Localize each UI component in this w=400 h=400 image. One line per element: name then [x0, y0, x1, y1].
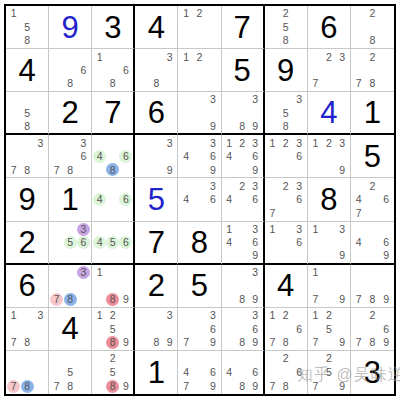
given-digit: 8	[308, 178, 350, 220]
cell-r8c7[interactable]: 12678	[265, 308, 308, 351]
cell-r4c8[interactable]: 1239	[308, 135, 351, 178]
candidate-6: 6	[249, 322, 262, 335]
cell-r4c2[interactable]: 3678	[49, 135, 92, 178]
candidate-7-pink-highlight: 7	[50, 293, 63, 306]
candidates-grid: 356	[50, 223, 90, 262]
candidate-7: 7	[309, 293, 322, 306]
candidate-9: 9	[249, 336, 262, 349]
candidate-6: 6	[77, 64, 90, 77]
candidate-9: 9	[163, 336, 176, 349]
given-digit: 1	[351, 92, 394, 133]
cell-r6c5[interactable]: 8	[178, 222, 221, 265]
candidate-8: 8	[366, 77, 379, 90]
given-digit: 6	[308, 6, 350, 48]
cell-r8c8[interactable]: 12579	[308, 308, 351, 351]
candidate-2: 2	[279, 7, 292, 20]
candidate-5: 5	[279, 106, 292, 119]
cell-r5c4[interactable]: 5	[135, 178, 178, 221]
cell-r4c9[interactable]: 5	[351, 135, 394, 178]
candidate-1: 1	[266, 137, 279, 150]
candidate-1: 1	[223, 137, 236, 150]
candidate-2: 2	[279, 309, 292, 322]
cell-r2c5[interactable]: 12	[178, 49, 221, 92]
candidates-grid: 389	[223, 266, 262, 306]
candidates-grid: 58	[7, 93, 47, 132]
candidates-grid: 12589	[93, 309, 132, 349]
candidate-6: 6	[380, 236, 393, 249]
candidate-2: 2	[279, 137, 292, 150]
candidates-grid: 378	[7, 136, 47, 176]
cell-r1c7[interactable]: 258	[265, 6, 308, 49]
cell-r3c5[interactable]: 39	[178, 92, 221, 135]
candidate-3: 3	[249, 223, 262, 236]
candidate-7: 7	[309, 380, 322, 393]
candidate-4: 4	[223, 236, 236, 249]
candidate-6: 6	[206, 322, 219, 335]
cell-r9c6[interactable]: 4689	[222, 351, 265, 394]
candidate-9: 9	[380, 293, 393, 306]
candidate-2: 2	[322, 50, 335, 63]
given-digit: 2	[135, 265, 177, 307]
candidates-grid: 3689	[223, 309, 262, 349]
cell-r8c3[interactable]: 12589	[92, 308, 135, 351]
candidate-9: 9	[119, 380, 132, 393]
given-digit: 6	[135, 92, 177, 133]
candidate-8: 8	[150, 336, 163, 349]
candidates-grid: 1239	[309, 136, 349, 176]
cell-r1c9[interactable]: 28	[351, 6, 394, 49]
given-digit: 1	[135, 351, 177, 394]
given-digit: 7	[92, 92, 133, 133]
cell-r6c6[interactable]: 13469	[222, 222, 265, 265]
cell-r3c4[interactable]: 6	[135, 92, 178, 135]
cell-r3c3[interactable]: 7	[92, 92, 135, 135]
candidate-3: 3	[206, 137, 219, 150]
cell-r2c1[interactable]: 4	[6, 49, 49, 92]
candidates-grid: 158	[7, 7, 47, 47]
candidate-3: 3	[293, 137, 306, 150]
cell-r3c2[interactable]: 2	[49, 92, 92, 135]
candidate-3: 3	[34, 137, 47, 150]
candidate-8: 8	[279, 34, 292, 47]
candidate-3: 3	[163, 50, 176, 63]
cell-r4c1[interactable]: 378	[6, 135, 49, 178]
candidates-grid: 136	[266, 223, 306, 262]
cell-r5c3[interactable]: 46	[92, 178, 135, 221]
cell-r6c4[interactable]: 7	[135, 222, 178, 265]
candidate-2: 2	[322, 352, 335, 365]
cell-r9c8[interactable]: 2579	[308, 351, 351, 394]
cell-r9c7[interactable]: 2678	[265, 351, 308, 394]
cell-r9c2[interactable]: 578	[49, 351, 92, 394]
cell-r1c2[interactable]: 9	[49, 6, 92, 49]
candidate-3: 3	[336, 50, 349, 63]
candidates-grid: 468	[93, 136, 132, 176]
candidate-1: 1	[309, 137, 322, 150]
candidate-3: 3	[206, 309, 219, 322]
cell-r3c7[interactable]: 358	[265, 92, 308, 135]
candidate-3: 3	[293, 180, 306, 193]
candidates-grid: 578	[50, 352, 90, 393]
candidate-1: 1	[266, 223, 279, 236]
candidate-1: 1	[7, 7, 20, 20]
candidates-grid: 13469	[223, 223, 262, 262]
candidate-8-red-highlight: 8	[106, 293, 119, 306]
candidate-1: 1	[93, 50, 106, 63]
cell-r4c3[interactable]: 468	[92, 135, 135, 178]
cell-r5c8[interactable]: 8	[308, 178, 351, 221]
cell-r4c7[interactable]: 1236	[265, 135, 308, 178]
given-digit: 2	[6, 222, 48, 263]
candidate-9: 9	[206, 119, 219, 132]
candidate-1: 1	[180, 7, 193, 20]
candidate-3: 3	[336, 223, 349, 236]
candidate-7: 7	[7, 336, 20, 349]
candidate-8: 8	[21, 336, 34, 349]
candidate-4-green-highlight: 4	[93, 236, 106, 249]
candidate-2: 2	[193, 7, 206, 20]
candidate-9: 9	[249, 293, 262, 306]
candidate-2: 2	[366, 309, 379, 322]
candidate-9: 9	[119, 336, 132, 349]
candidates-grid: 179	[309, 266, 349, 306]
given-digit: 4	[265, 265, 307, 307]
candidate-7: 7	[352, 293, 365, 306]
cell-r2c9[interactable]: 278	[351, 49, 394, 92]
candidate-6-green-highlight: 6	[119, 236, 132, 249]
cell-r8c1[interactable]: 1378	[6, 308, 49, 351]
given-digit: 3	[92, 6, 133, 48]
cell-r2c6[interactable]: 5	[222, 49, 265, 92]
candidate-7: 7	[50, 163, 63, 176]
candidate-2: 2	[236, 180, 249, 193]
candidate-9: 9	[249, 163, 262, 176]
candidates-grid: 3678	[50, 136, 90, 176]
candidate-2: 2	[106, 309, 119, 322]
candidate-2: 2	[322, 309, 335, 322]
cell-r4c4[interactable]: 39	[135, 135, 178, 178]
candidates-grid: 189	[93, 266, 132, 306]
cell-r2c7[interactable]: 9	[265, 49, 308, 92]
candidate-7: 7	[352, 77, 365, 90]
cell-r8c6[interactable]: 3689	[222, 308, 265, 351]
candidate-8: 8	[366, 34, 379, 47]
candidate-8: 8	[21, 119, 34, 132]
candidate-3: 3	[249, 309, 262, 322]
candidate-2: 2	[279, 180, 292, 193]
candidate-2: 2	[322, 137, 335, 150]
candidate-1: 1	[180, 50, 193, 63]
candidate-3: 3	[206, 93, 219, 106]
candidate-8: 8	[150, 77, 163, 90]
cell-r1c6[interactable]: 7	[222, 6, 265, 49]
candidates-grid: 78	[7, 352, 47, 393]
candidate-8-blue-highlight: 8	[106, 163, 119, 176]
candidate-6-green-highlight: 6	[77, 236, 90, 249]
cell-r3c9[interactable]: 1	[351, 92, 394, 135]
cell-r9c4[interactable]: 1	[135, 351, 178, 394]
cell-r7c1[interactable]: 6	[6, 265, 49, 308]
cell-r2c2[interactable]: 68	[49, 49, 92, 92]
candidate-6: 6	[206, 150, 219, 163]
candidate-4: 4	[352, 236, 365, 249]
candidate-8: 8	[279, 380, 292, 393]
candidate-4: 4	[180, 366, 193, 379]
candidate-9: 9	[336, 249, 349, 262]
cell-r8c4[interactable]: 389	[135, 308, 178, 351]
cell-r9c5[interactable]: 4679	[178, 351, 221, 394]
candidate-8: 8	[236, 380, 249, 393]
candidate-6: 6	[77, 150, 90, 163]
cell-r7c7[interactable]: 4	[265, 265, 308, 308]
candidate-7: 7	[352, 206, 365, 219]
cell-r4c6[interactable]: 123469	[222, 135, 265, 178]
candidates-grid: 1378	[7, 309, 47, 349]
cell-r5c6[interactable]: 2346	[222, 178, 265, 221]
cell-r5c2[interactable]: 1	[49, 178, 92, 221]
given-digit: 4	[6, 49, 48, 91]
cell-r3c6[interactable]: 389	[222, 92, 265, 135]
candidates-grid: 12678	[266, 309, 306, 349]
candidate-3: 3	[249, 137, 262, 150]
candidate-6: 6	[293, 236, 306, 249]
cell-r2c8[interactable]: 237	[308, 49, 351, 92]
cell-r8c5[interactable]: 3679	[178, 308, 221, 351]
candidate-9: 9	[336, 293, 349, 306]
candidate-8: 8	[236, 336, 249, 349]
candidates-grid: 39	[179, 93, 219, 132]
cell-r9c9[interactable]: 3	[351, 351, 394, 394]
candidate-6: 6	[249, 150, 262, 163]
candidates-grid: 28	[352, 7, 393, 47]
cell-r5c5[interactable]: 346	[178, 178, 221, 221]
given-digit: 4	[49, 308, 91, 350]
candidate-7: 7	[309, 336, 322, 349]
candidate-9: 9	[206, 380, 219, 393]
cell-r1c1[interactable]: 158	[6, 6, 49, 49]
cell-r9c1[interactable]: 78	[6, 351, 49, 394]
cell-r6c2[interactable]: 356	[49, 222, 92, 265]
candidate-4-green-highlight: 4	[93, 193, 106, 206]
candidate-6: 6	[206, 366, 219, 379]
candidate-9: 9	[249, 119, 262, 132]
candidate-8-blue-highlight: 8	[21, 380, 34, 393]
cell-r1c3[interactable]: 3	[92, 6, 135, 49]
candidate-9: 9	[380, 336, 393, 349]
candidate-9: 9	[119, 293, 132, 306]
candidates-grid: 2467	[352, 179, 393, 219]
candidate-3: 3	[163, 309, 176, 322]
candidate-9: 9	[163, 163, 176, 176]
candidate-9: 9	[249, 249, 262, 262]
candidates-grid: 12	[179, 50, 219, 90]
candidate-6: 6	[293, 366, 306, 379]
candidates-grid: 2678	[266, 352, 306, 393]
cell-r1c8[interactable]: 6	[308, 6, 351, 49]
cell-r1c4[interactable]: 4	[135, 6, 178, 49]
candidate-9: 9	[336, 336, 349, 349]
given-digit: 1	[49, 178, 91, 220]
given-digit: 7	[222, 6, 263, 48]
candidates-grid: 3469	[179, 136, 219, 176]
candidate-7: 7	[180, 336, 193, 349]
given-digit: 7	[135, 222, 177, 263]
candidate-8: 8	[236, 119, 249, 132]
candidate-4: 4	[180, 150, 193, 163]
candidate-2: 2	[366, 180, 379, 193]
candidate-1: 1	[266, 309, 279, 322]
candidate-8: 8	[279, 336, 292, 349]
candidate-2: 2	[279, 352, 292, 365]
candidate-8-red-highlight: 8	[106, 336, 119, 349]
candidates-grid: 346	[179, 179, 219, 219]
candidate-3: 3	[34, 309, 47, 322]
candidate-7-pink-highlight: 7	[7, 380, 20, 393]
candidate-1: 1	[7, 309, 20, 322]
candidate-8: 8	[64, 77, 77, 90]
cell-r7c9[interactable]: 789	[351, 265, 394, 308]
cell-r7c5[interactable]: 5	[178, 265, 221, 308]
candidate-2: 2	[193, 50, 206, 63]
candidates-grid: 456	[93, 223, 132, 262]
cell-r6c1[interactable]: 2	[6, 222, 49, 265]
candidates-grid: 2589	[93, 352, 132, 393]
solved-digit: 4	[308, 92, 350, 133]
cell-r2c3[interactable]: 168	[92, 49, 135, 92]
cell-r7c2[interactable]: 378	[49, 265, 92, 308]
candidate-7: 7	[266, 336, 279, 349]
candidates-grid: 139	[309, 223, 349, 262]
candidate-3: 3	[249, 266, 262, 279]
candidate-6: 6	[249, 366, 262, 379]
candidate-4: 4	[352, 193, 365, 206]
candidate-6: 6	[293, 322, 306, 335]
candidate-3-purple-highlight: 3	[77, 266, 90, 279]
cell-r6c8[interactable]: 139	[308, 222, 351, 265]
cell-r5c9[interactable]: 2467	[351, 178, 394, 221]
candidate-6: 6	[249, 193, 262, 206]
candidate-8: 8	[279, 119, 292, 132]
candidate-8: 8	[64, 163, 77, 176]
solved-digit: 5	[135, 178, 177, 220]
given-digit: 5	[178, 265, 220, 307]
candidates-grid: 68	[50, 50, 90, 90]
candidate-7: 7	[180, 380, 193, 393]
cell-r6c3[interactable]: 456	[92, 222, 135, 265]
cell-r1c5[interactable]: 12	[178, 6, 221, 49]
candidate-5: 5	[106, 322, 119, 335]
cell-r9c3[interactable]: 2589	[92, 351, 135, 394]
candidates-grid: 12579	[309, 309, 349, 349]
candidates-grid: 168	[93, 50, 132, 90]
candidate-4: 4	[180, 193, 193, 206]
candidate-3: 3	[336, 137, 349, 150]
cell-r6c9[interactable]: 469	[351, 222, 394, 265]
candidate-5-green-highlight: 5	[106, 236, 119, 249]
candidate-4: 4	[223, 150, 236, 163]
cell-r3c8[interactable]: 4	[308, 92, 351, 135]
candidate-6-green-highlight: 6	[119, 193, 132, 206]
cell-r7c4[interactable]: 2	[135, 265, 178, 308]
given-digit: 4	[135, 6, 177, 48]
candidate-9: 9	[206, 336, 219, 349]
candidate-5: 5	[279, 21, 292, 34]
candidates-grid: 2579	[309, 352, 349, 393]
candidate-9: 9	[336, 380, 349, 393]
cell-r7c3[interactable]: 189	[92, 265, 135, 308]
candidate-3: 3	[293, 93, 306, 106]
candidate-5: 5	[21, 21, 34, 34]
cell-r3c1[interactable]: 58	[6, 92, 49, 135]
candidates-grid: 2367	[266, 179, 306, 219]
cell-r5c7[interactable]: 2367	[265, 178, 308, 221]
candidates-grid: 26789	[352, 309, 393, 349]
candidate-3-purple-highlight: 3	[77, 223, 90, 236]
candidate-6: 6	[380, 322, 393, 335]
candidate-4: 4	[223, 193, 236, 206]
candidates-grid: 4679	[179, 352, 219, 393]
candidate-6-green-highlight: 6	[119, 150, 132, 163]
candidate-1: 1	[309, 223, 322, 236]
candidate-7: 7	[266, 380, 279, 393]
cell-r2c4[interactable]: 38	[135, 49, 178, 92]
candidate-5: 5	[322, 322, 335, 335]
candidate-3: 3	[249, 180, 262, 193]
candidates-grid: 378	[50, 266, 90, 306]
candidate-1: 1	[223, 223, 236, 236]
candidate-6: 6	[249, 236, 262, 249]
candidate-5: 5	[322, 366, 335, 379]
candidate-1: 1	[309, 266, 322, 279]
candidate-1: 1	[93, 309, 106, 322]
candidate-2: 2	[366, 50, 379, 63]
given-digit: 5	[351, 135, 394, 177]
candidate-8: 8	[366, 293, 379, 306]
cell-r8c2[interactable]: 4	[49, 308, 92, 351]
cell-r7c8[interactable]: 179	[308, 265, 351, 308]
candidates-grid: 358	[266, 93, 306, 132]
candidates-grid: 789	[352, 266, 393, 306]
candidate-7: 7	[7, 163, 20, 176]
candidates-grid: 278	[352, 50, 393, 90]
candidates-grid: 123469	[223, 136, 262, 176]
given-digit: 3	[351, 351, 394, 394]
candidate-2: 2	[236, 137, 249, 150]
candidate-3: 3	[77, 137, 90, 150]
candidates-grid: 46	[93, 179, 132, 219]
cell-r7c6[interactable]: 389	[222, 265, 265, 308]
candidate-9: 9	[336, 163, 349, 176]
candidate-5: 5	[106, 366, 119, 379]
candidate-8: 8	[236, 293, 249, 306]
candidate-8-blue-highlight: 8	[64, 293, 77, 306]
candidate-9: 9	[206, 163, 219, 176]
given-digit: 5	[222, 49, 263, 91]
candidate-7: 7	[50, 380, 63, 393]
given-digit: 9	[6, 178, 48, 220]
sudoku-board: 1589341272586284681683812592372785827639…	[4, 4, 396, 396]
cell-r5c1[interactable]: 9	[6, 178, 49, 221]
candidate-3: 3	[249, 93, 262, 106]
candidate-2: 2	[106, 352, 119, 365]
candidate-8: 8	[106, 77, 119, 90]
candidate-9: 9	[380, 249, 393, 262]
candidate-1: 1	[93, 266, 106, 279]
cell-r8c9[interactable]: 26789	[351, 308, 394, 351]
candidates-grid: 258	[266, 7, 306, 47]
cell-r4c5[interactable]: 3469	[178, 135, 221, 178]
cell-r6c7[interactable]: 136	[265, 222, 308, 265]
